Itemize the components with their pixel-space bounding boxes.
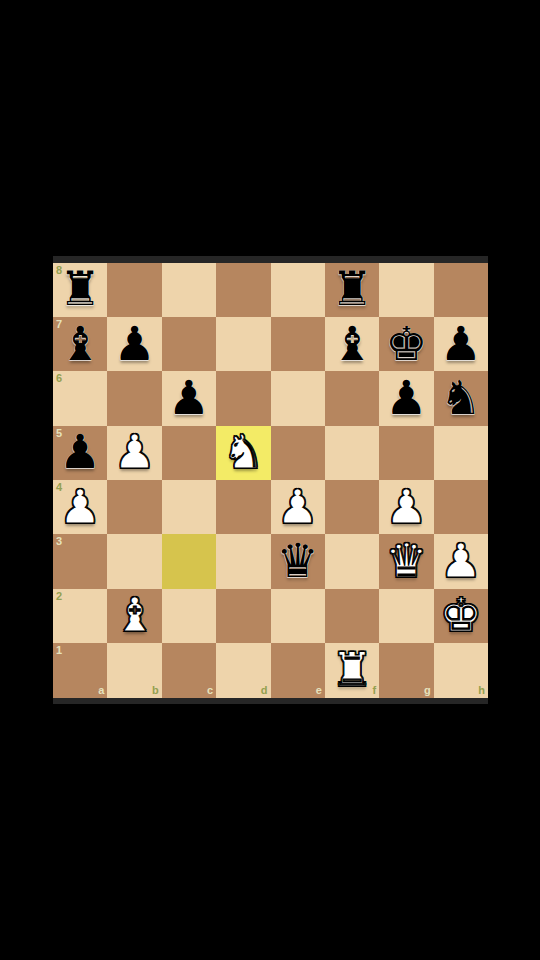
square-h2[interactable]: ♚: [434, 589, 488, 643]
square-f5[interactable]: [325, 426, 379, 480]
square-d2[interactable]: [216, 589, 270, 643]
square-b3[interactable]: [107, 534, 161, 588]
piece-black-bishop[interactable]: ♝: [59, 320, 101, 367]
square-b8[interactable]: [107, 263, 161, 317]
square-h1[interactable]: h: [434, 643, 488, 697]
piece-black-rook[interactable]: ♜: [59, 265, 101, 312]
square-d4[interactable]: [216, 480, 270, 534]
square-h3[interactable]: ♟: [434, 534, 488, 588]
piece-black-rook[interactable]: ♜: [331, 265, 373, 312]
square-a6[interactable]: 6: [53, 371, 107, 425]
square-h7[interactable]: ♟: [434, 317, 488, 371]
piece-black-bishop[interactable]: ♝: [331, 320, 373, 367]
piece-black-queen[interactable]: ♛: [277, 537, 319, 584]
square-d8[interactable]: [216, 263, 270, 317]
square-h5[interactable]: [434, 426, 488, 480]
rank-label-6: 6: [56, 373, 62, 384]
piece-white-king[interactable]: ♚: [440, 591, 482, 638]
piece-white-rook[interactable]: ♜: [331, 646, 373, 693]
square-b6[interactable]: [107, 371, 161, 425]
square-g7[interactable]: ♚: [379, 317, 433, 371]
piece-white-pawn[interactable]: ♟: [440, 537, 482, 584]
square-b2[interactable]: ♝: [107, 589, 161, 643]
square-h4[interactable]: [434, 480, 488, 534]
square-h8[interactable]: [434, 263, 488, 317]
square-e6[interactable]: [271, 371, 325, 425]
page-background: { "game": "chess", "position": { "fen": …: [0, 0, 540, 960]
square-e1[interactable]: e: [271, 643, 325, 697]
square-a2[interactable]: 2: [53, 589, 107, 643]
square-f2[interactable]: [325, 589, 379, 643]
square-b7[interactable]: ♟: [107, 317, 161, 371]
chess-board: 8♜♜7♝♟♝♚♟6♟♟♞5♟♟♞4♟♟♟3♛♛♟2♝♚1abcdef♜gh: [53, 263, 488, 698]
square-c3[interactable]: [162, 534, 216, 588]
square-c1[interactable]: c: [162, 643, 216, 697]
square-c5[interactable]: [162, 426, 216, 480]
square-f1[interactable]: f♜: [325, 643, 379, 697]
piece-black-pawn[interactable]: ♟: [168, 374, 210, 421]
piece-white-pawn[interactable]: ♟: [385, 483, 427, 530]
square-f6[interactable]: [325, 371, 379, 425]
piece-white-knight[interactable]: ♞: [222, 428, 264, 475]
file-label-e: e: [316, 685, 322, 696]
square-b5[interactable]: ♟: [107, 426, 161, 480]
piece-black-pawn[interactable]: ♟: [113, 320, 155, 367]
square-a4[interactable]: 4♟: [53, 480, 107, 534]
square-f3[interactable]: [325, 534, 379, 588]
square-d7[interactable]: [216, 317, 270, 371]
rank-label-1: 1: [56, 645, 62, 656]
square-e7[interactable]: [271, 317, 325, 371]
piece-black-king[interactable]: ♚: [385, 320, 427, 367]
board-frame: 8♜♜7♝♟♝♚♟6♟♟♞5♟♟♞4♟♟♟3♛♛♟2♝♚1abcdef♜gh: [53, 256, 488, 704]
square-c8[interactable]: [162, 263, 216, 317]
square-e4[interactable]: ♟: [271, 480, 325, 534]
piece-black-pawn[interactable]: ♟: [385, 374, 427, 421]
file-label-g: g: [424, 685, 431, 696]
piece-white-pawn[interactable]: ♟: [113, 428, 155, 475]
square-g4[interactable]: ♟: [379, 480, 433, 534]
piece-white-pawn[interactable]: ♟: [59, 483, 101, 530]
file-label-h: h: [478, 685, 485, 696]
square-c4[interactable]: [162, 480, 216, 534]
square-g8[interactable]: [379, 263, 433, 317]
piece-black-knight[interactable]: ♞: [440, 374, 482, 421]
square-g3[interactable]: ♛: [379, 534, 433, 588]
square-c7[interactable]: [162, 317, 216, 371]
square-a5[interactable]: 5♟: [53, 426, 107, 480]
square-g5[interactable]: [379, 426, 433, 480]
piece-white-pawn[interactable]: ♟: [277, 483, 319, 530]
square-f4[interactable]: [325, 480, 379, 534]
square-f7[interactable]: ♝: [325, 317, 379, 371]
square-b4[interactable]: [107, 480, 161, 534]
square-a3[interactable]: 3: [53, 534, 107, 588]
file-label-b: b: [152, 685, 159, 696]
file-label-c: c: [207, 685, 213, 696]
rank-label-2: 2: [56, 591, 62, 602]
square-h6[interactable]: ♞: [434, 371, 488, 425]
square-e8[interactable]: [271, 263, 325, 317]
square-a8[interactable]: 8♜: [53, 263, 107, 317]
square-a7[interactable]: 7♝: [53, 317, 107, 371]
square-e2[interactable]: [271, 589, 325, 643]
piece-black-pawn[interactable]: ♟: [59, 428, 101, 475]
square-b1[interactable]: b: [107, 643, 161, 697]
square-d6[interactable]: [216, 371, 270, 425]
rank-label-3: 3: [56, 536, 62, 547]
square-d3[interactable]: [216, 534, 270, 588]
square-a1[interactable]: 1a: [53, 643, 107, 697]
square-g2[interactable]: [379, 589, 433, 643]
square-c6[interactable]: ♟: [162, 371, 216, 425]
square-f8[interactable]: ♜: [325, 263, 379, 317]
file-label-a: a: [98, 685, 104, 696]
piece-black-pawn[interactable]: ♟: [440, 320, 482, 367]
file-label-d: d: [261, 685, 268, 696]
square-d1[interactable]: d: [216, 643, 270, 697]
square-g6[interactable]: ♟: [379, 371, 433, 425]
square-d5[interactable]: ♞: [216, 426, 270, 480]
file-label-f: f: [373, 685, 377, 696]
square-c2[interactable]: [162, 589, 216, 643]
piece-white-bishop[interactable]: ♝: [113, 591, 155, 638]
square-e5[interactable]: [271, 426, 325, 480]
piece-white-queen[interactable]: ♛: [385, 537, 427, 584]
square-e3[interactable]: ♛: [271, 534, 325, 588]
square-g1[interactable]: g: [379, 643, 433, 697]
